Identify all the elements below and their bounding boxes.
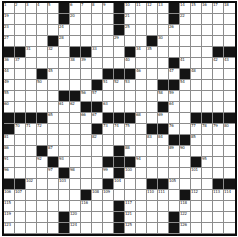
white-cell-r20c13[interactable] <box>136 212 147 223</box>
white-cell-r10c4[interactable] <box>37 102 48 113</box>
white-cell-r10c10[interactable]: 63 <box>103 102 114 113</box>
white-cell-r4c1[interactable]: 27 <box>4 36 15 47</box>
white-cell-r14c9[interactable] <box>92 146 103 157</box>
white-cell-r6c10[interactable] <box>103 58 114 69</box>
white-cell-r12c10[interactable]: 73 <box>103 124 114 135</box>
white-cell-r10c12[interactable] <box>125 102 136 113</box>
white-cell-r7c1[interactable]: 44 <box>4 69 15 80</box>
white-cell-r16c2[interactable] <box>15 168 26 179</box>
white-cell-r10c5[interactable] <box>48 102 59 113</box>
white-cell-r13c3[interactable] <box>26 135 37 146</box>
white-cell-r2c10[interactable] <box>103 14 114 25</box>
white-cell-r3c3[interactable] <box>26 25 37 36</box>
white-cell-r8c13[interactable] <box>136 80 147 91</box>
white-cell-r19c13[interactable] <box>136 201 147 212</box>
white-cell-r7c3[interactable] <box>26 69 37 80</box>
white-cell-r9c9[interactable]: 57 <box>92 91 103 102</box>
white-cell-r3c21[interactable] <box>224 25 235 36</box>
white-cell-r9c4[interactable] <box>37 91 48 102</box>
white-cell-r8c2[interactable] <box>15 80 26 91</box>
white-cell-r2c8[interactable] <box>81 14 92 25</box>
white-cell-r5c10[interactable] <box>103 47 114 58</box>
white-cell-r12c8[interactable] <box>81 124 92 135</box>
white-cell-r21c17[interactable]: 126 <box>180 223 191 234</box>
white-cell-r20c15[interactable] <box>158 212 169 223</box>
white-cell-r21c13[interactable] <box>136 223 147 234</box>
white-cell-r12c21[interactable]: 80 <box>224 124 235 135</box>
white-cell-r9c19[interactable] <box>202 91 213 102</box>
white-cell-r7c7[interactable] <box>70 69 81 80</box>
white-cell-r20c2[interactable] <box>15 212 26 223</box>
white-cell-r13c14[interactable]: 83 <box>147 135 158 146</box>
white-cell-r17c6[interactable]: 103 <box>59 179 70 190</box>
white-cell-r21c3[interactable] <box>26 223 37 234</box>
white-cell-r6c12[interactable]: 40 <box>125 58 136 69</box>
white-cell-r20c19[interactable] <box>202 212 213 223</box>
white-cell-r1c21[interactable]: 18 <box>224 3 235 14</box>
white-cell-r7c20[interactable] <box>213 69 224 80</box>
white-cell-r5c17[interactable] <box>180 47 191 58</box>
white-cell-r9c13[interactable] <box>136 91 147 102</box>
white-cell-r1c13[interactable]: 11 <box>136 3 147 14</box>
white-cell-r7c2[interactable] <box>15 69 26 80</box>
white-cell-r8c7[interactable] <box>70 80 81 91</box>
white-cell-r8c14[interactable] <box>147 80 158 91</box>
white-cell-r8c12[interactable]: 53 <box>125 80 136 91</box>
white-cell-r2c7[interactable]: 20 <box>70 14 81 25</box>
white-cell-r9c1[interactable]: 55 <box>4 91 15 102</box>
white-cell-r21c7[interactable]: 124 <box>70 223 81 234</box>
white-cell-r13c20[interactable] <box>213 135 224 146</box>
white-cell-r15c6[interactable]: 93 <box>59 157 70 168</box>
white-cell-r8c5[interactable] <box>48 80 59 91</box>
white-cell-r18c15[interactable]: 111 <box>158 190 169 201</box>
white-cell-r14c12[interactable]: 88 <box>125 146 136 157</box>
white-cell-r19c1[interactable]: 115 <box>4 201 15 212</box>
white-cell-r12c18[interactable]: 77 <box>191 124 202 135</box>
white-cell-r6c6[interactable] <box>59 58 70 69</box>
white-cell-r18c9[interactable]: 108 <box>92 190 103 201</box>
white-cell-r8c11[interactable]: 52 <box>114 80 125 91</box>
white-cell-r10c3[interactable] <box>26 102 37 113</box>
white-cell-r14c1[interactable]: 86 <box>4 146 15 157</box>
white-cell-r1c15[interactable]: 13 <box>158 3 169 14</box>
white-cell-r3c16[interactable]: 26 <box>169 25 180 36</box>
white-cell-r19c5[interactable] <box>48 201 59 212</box>
white-cell-r3c4[interactable] <box>37 25 48 36</box>
white-cell-r5c4[interactable] <box>37 47 48 58</box>
white-cell-r5c19[interactable] <box>202 47 213 58</box>
white-cell-r8c8[interactable] <box>81 80 92 91</box>
white-cell-r2c14[interactable] <box>147 14 158 25</box>
white-cell-r13c6[interactable] <box>59 135 70 146</box>
white-cell-r18c3[interactable] <box>26 190 37 201</box>
white-cell-r15c2[interactable] <box>15 157 26 168</box>
white-cell-r19c17[interactable]: 118 <box>180 201 191 212</box>
white-cell-r19c10[interactable] <box>103 201 114 212</box>
white-cell-r19c12[interactable]: 117 <box>125 201 136 212</box>
white-cell-r14c2[interactable] <box>15 146 26 157</box>
white-cell-r20c4[interactable] <box>37 212 48 223</box>
white-cell-r13c8[interactable] <box>81 135 92 146</box>
white-cell-r12c6[interactable] <box>59 124 70 135</box>
white-cell-r16c19[interactable] <box>202 168 213 179</box>
white-cell-r1c7[interactable]: 6 <box>70 3 81 14</box>
white-cell-r7c18[interactable]: 48 <box>191 69 202 80</box>
white-cell-r17c13[interactable] <box>136 179 147 190</box>
white-cell-r6c19[interactable] <box>202 58 213 69</box>
white-cell-r16c7[interactable]: 98 <box>70 168 81 179</box>
white-cell-r10c18[interactable] <box>191 102 202 113</box>
white-cell-r16c15[interactable] <box>158 168 169 179</box>
white-cell-r14c3[interactable] <box>26 146 37 157</box>
white-cell-r2c15[interactable] <box>158 14 169 25</box>
white-cell-r16c21[interactable] <box>224 168 235 179</box>
white-cell-r11c17[interactable] <box>180 113 191 124</box>
white-cell-r21c9[interactable] <box>92 223 103 234</box>
white-cell-r3c12[interactable]: 25 <box>125 25 136 36</box>
white-cell-r7c15[interactable] <box>158 69 169 80</box>
white-cell-r14c6[interactable] <box>59 146 70 157</box>
white-cell-r1c18[interactable]: 15 <box>191 3 202 14</box>
white-cell-r4c4[interactable] <box>37 36 48 47</box>
white-cell-r7c13[interactable]: 46 <box>136 69 147 80</box>
white-cell-r13c4[interactable] <box>37 135 48 146</box>
white-cell-r19c21[interactable] <box>224 201 235 212</box>
white-cell-r20c3[interactable] <box>26 212 37 223</box>
white-cell-r20c14[interactable] <box>147 212 158 223</box>
white-cell-r4c9[interactable] <box>92 36 103 47</box>
white-cell-r18c20[interactable]: 113 <box>213 190 224 201</box>
white-cell-r14c8[interactable] <box>81 146 92 157</box>
white-cell-r17c3[interactable]: 102 <box>26 179 37 190</box>
white-cell-r12c5[interactable] <box>48 124 59 135</box>
white-cell-r15c13[interactable]: 94 <box>136 157 147 168</box>
white-cell-r7c21[interactable] <box>224 69 235 80</box>
white-cell-r17c16[interactable]: 105 <box>169 179 180 190</box>
white-cell-r21c8[interactable] <box>81 223 92 234</box>
white-cell-r5c15[interactable] <box>158 47 169 58</box>
white-cell-r12c3[interactable]: 71 <box>26 124 37 135</box>
white-cell-r2c3[interactable] <box>26 14 37 25</box>
white-cell-r19c16[interactable] <box>169 201 180 212</box>
white-cell-r19c18[interactable] <box>191 201 202 212</box>
white-cell-r1c9[interactable]: 8 <box>92 3 103 14</box>
white-cell-r12c11[interactable]: 74 <box>114 124 125 135</box>
white-cell-r20c9[interactable] <box>92 212 103 223</box>
white-cell-r10c2[interactable] <box>15 102 26 113</box>
white-cell-r14c10[interactable] <box>103 146 114 157</box>
white-cell-r9c12[interactable] <box>125 91 136 102</box>
white-cell-r18c21[interactable]: 114 <box>224 190 235 201</box>
white-cell-r9c2[interactable] <box>15 91 26 102</box>
white-cell-r6c1[interactable]: 36 <box>4 58 15 69</box>
white-cell-r4c2[interactable] <box>15 36 26 47</box>
white-cell-r19c7[interactable] <box>70 201 81 212</box>
white-cell-r13c13[interactable] <box>136 135 147 146</box>
white-cell-r15c16[interactable] <box>169 157 180 168</box>
white-cell-r14c18[interactable] <box>191 146 202 157</box>
white-cell-r3c17[interactable] <box>180 25 191 36</box>
white-cell-r10c17[interactable] <box>180 102 191 113</box>
white-cell-r15c1[interactable]: 91 <box>4 157 15 168</box>
white-cell-r21c2[interactable] <box>15 223 26 234</box>
white-cell-r9c5[interactable] <box>48 91 59 102</box>
white-cell-r9c21[interactable] <box>224 91 235 102</box>
white-cell-r15c21[interactable] <box>224 157 235 168</box>
white-cell-r10c6[interactable]: 61 <box>59 102 70 113</box>
white-cell-r19c2[interactable] <box>15 201 26 212</box>
white-cell-r18c6[interactable] <box>59 190 70 201</box>
white-cell-r5c13[interactable]: 34 <box>136 47 147 58</box>
white-cell-r6c15[interactable] <box>158 58 169 69</box>
white-cell-r6c11[interactable] <box>114 58 125 69</box>
white-cell-r17c8[interactable] <box>81 179 92 190</box>
white-cell-r11c14[interactable] <box>147 113 158 124</box>
white-cell-r21c12[interactable]: 125 <box>125 223 136 234</box>
white-cell-r15c9[interactable] <box>92 157 103 168</box>
white-cell-r15c19[interactable]: 95 <box>202 157 213 168</box>
white-cell-r17c11[interactable]: 104 <box>114 179 125 190</box>
white-cell-r17c19[interactable] <box>202 179 213 190</box>
white-cell-r3c15[interactable] <box>158 25 169 36</box>
white-cell-r16c1[interactable]: 96 <box>4 168 15 179</box>
white-cell-r16c5[interactable]: 97 <box>48 168 59 179</box>
white-cell-r9c10[interactable] <box>103 91 114 102</box>
white-cell-r2c2[interactable] <box>15 14 26 25</box>
white-cell-r13c18[interactable]: 85 <box>191 135 202 146</box>
white-cell-r6c7[interactable]: 38 <box>70 58 81 69</box>
white-cell-r1c10[interactable]: 9 <box>103 3 114 14</box>
white-cell-r14c20[interactable] <box>213 146 224 157</box>
white-cell-r11c6[interactable] <box>59 113 70 124</box>
white-cell-r8c17[interactable]: 54 <box>180 80 191 91</box>
white-cell-r6c5[interactable] <box>48 58 59 69</box>
white-cell-r20c18[interactable] <box>191 212 202 223</box>
white-cell-r3c1[interactable]: 23 <box>4 25 15 36</box>
white-cell-r10c16[interactable]: 64 <box>169 102 180 113</box>
white-cell-r2c13[interactable] <box>136 14 147 25</box>
white-cell-r13c15[interactable]: 84 <box>158 135 169 146</box>
white-cell-r9c3[interactable] <box>26 91 37 102</box>
white-cell-r11c9[interactable]: 67 <box>92 113 103 124</box>
white-cell-r1c12[interactable]: 10 <box>125 3 136 14</box>
white-cell-r6c14[interactable] <box>147 58 158 69</box>
white-cell-r1c4[interactable]: 4 <box>37 3 48 14</box>
white-cell-r12c2[interactable]: 70 <box>15 124 26 135</box>
white-cell-r20c12[interactable]: 121 <box>125 212 136 223</box>
white-cell-r16c3[interactable] <box>26 168 37 179</box>
white-cell-r21c5[interactable] <box>48 223 59 234</box>
white-cell-r5c11[interactable] <box>114 47 125 58</box>
white-cell-r8c19[interactable] <box>202 80 213 91</box>
white-cell-r15c15[interactable] <box>158 157 169 168</box>
white-cell-r12c4[interactable]: 72 <box>37 124 48 135</box>
white-cell-r3c18[interactable] <box>191 25 202 36</box>
white-cell-r2c12[interactable]: 21 <box>125 14 136 25</box>
white-cell-r7c6[interactable] <box>59 69 70 80</box>
white-cell-r3c5[interactable] <box>48 25 59 36</box>
white-cell-r1c14[interactable]: 12 <box>147 3 158 14</box>
white-cell-r9c8[interactable]: 56 <box>81 91 92 102</box>
white-cell-r7c19[interactable] <box>202 69 213 80</box>
white-cell-r4c16[interactable] <box>169 36 180 47</box>
white-cell-r4c7[interactable] <box>70 36 81 47</box>
white-cell-r21c19[interactable] <box>202 223 213 234</box>
white-cell-r7c14[interactable] <box>147 69 158 80</box>
white-cell-r19c14[interactable] <box>147 201 158 212</box>
white-cell-r10c11[interactable] <box>114 102 125 113</box>
white-cell-r16c20[interactable] <box>213 168 224 179</box>
white-cell-r6c21[interactable]: 43 <box>224 58 235 69</box>
white-cell-r1c17[interactable]: 14 <box>180 3 191 14</box>
white-cell-r7c9[interactable] <box>92 69 103 80</box>
white-cell-r11c5[interactable]: 65 <box>48 113 59 124</box>
white-cell-r8c21[interactable] <box>224 80 235 91</box>
white-cell-r13c11[interactable] <box>114 135 125 146</box>
white-cell-r19c4[interactable] <box>37 201 48 212</box>
white-cell-r18c16[interactable] <box>169 190 180 201</box>
white-cell-r20c1[interactable]: 119 <box>4 212 15 223</box>
white-cell-r21c20[interactable] <box>213 223 224 234</box>
white-cell-r21c18[interactable] <box>191 223 202 234</box>
white-cell-r17c4[interactable] <box>37 179 48 190</box>
white-cell-r20c17[interactable]: 122 <box>180 212 191 223</box>
white-cell-r18c12[interactable] <box>125 190 136 201</box>
white-cell-r19c9[interactable] <box>92 201 103 212</box>
white-cell-r18c13[interactable] <box>136 190 147 201</box>
white-cell-r12c16[interactable]: 76 <box>169 124 180 135</box>
white-cell-r12c19[interactable]: 78 <box>202 124 213 135</box>
white-cell-r16c8[interactable] <box>81 168 92 179</box>
white-cell-r15c4[interactable]: 92 <box>37 157 48 168</box>
white-cell-r20c7[interactable]: 120 <box>70 212 81 223</box>
white-cell-r21c4[interactable] <box>37 223 48 234</box>
white-cell-r8c3[interactable] <box>26 80 37 91</box>
white-cell-r15c7[interactable] <box>70 157 81 168</box>
white-cell-r18c18[interactable]: 112 <box>191 190 202 201</box>
white-cell-r6c13[interactable] <box>136 58 147 69</box>
white-cell-r14c15[interactable] <box>158 146 169 157</box>
white-cell-r10c7[interactable]: 62 <box>70 102 81 113</box>
white-cell-r21c15[interactable] <box>158 223 169 234</box>
white-cell-r7c16[interactable]: 47 <box>169 69 180 80</box>
white-cell-r14c17[interactable]: 90 <box>180 146 191 157</box>
white-cell-r18c1[interactable]: 106 <box>4 190 15 201</box>
white-cell-r5c14[interactable]: 35 <box>147 47 158 58</box>
white-cell-r8c20[interactable] <box>213 80 224 91</box>
white-cell-r4c21[interactable] <box>224 36 235 47</box>
white-cell-r15c8[interactable] <box>81 157 92 168</box>
white-cell-r18c11[interactable] <box>114 190 125 201</box>
white-cell-r18c5[interactable] <box>48 190 59 201</box>
white-cell-r18c14[interactable]: 110 <box>147 190 158 201</box>
white-cell-r17c7[interactable] <box>70 179 81 190</box>
white-cell-r5c9[interactable]: 33 <box>92 47 103 58</box>
white-cell-r4c3[interactable] <box>26 36 37 47</box>
white-cell-r17c17[interactable] <box>180 179 191 190</box>
white-cell-r19c3[interactable] <box>26 201 37 212</box>
white-cell-r3c19[interactable] <box>202 25 213 36</box>
white-cell-r1c2[interactable]: 2 <box>15 3 26 14</box>
white-cell-r14c5[interactable]: 87 <box>48 146 59 157</box>
white-cell-r9c15[interactable]: 58 <box>158 91 169 102</box>
white-cell-r3c13[interactable] <box>136 25 147 36</box>
white-cell-r9c16[interactable]: 59 <box>169 91 180 102</box>
white-cell-r2c19[interactable] <box>202 14 213 25</box>
white-cell-r17c9[interactable] <box>92 179 103 190</box>
white-cell-r12c17[interactable] <box>180 124 191 135</box>
white-cell-r11c15[interactable]: 69 <box>158 113 169 124</box>
white-cell-r13c2[interactable] <box>15 135 26 146</box>
white-cell-r20c5[interactable] <box>48 212 59 223</box>
white-cell-r15c20[interactable] <box>213 157 224 168</box>
white-cell-r21c14[interactable] <box>147 223 158 234</box>
white-cell-r17c12[interactable] <box>125 179 136 190</box>
white-cell-r14c16[interactable]: 89 <box>169 146 180 157</box>
white-cell-r3c7[interactable] <box>70 25 81 36</box>
white-cell-r16c17[interactable] <box>180 168 191 179</box>
white-cell-r14c21[interactable] <box>224 146 235 157</box>
white-cell-r10c14[interactable] <box>147 102 158 113</box>
white-cell-r3c20[interactable] <box>213 25 224 36</box>
white-cell-r12c20[interactable]: 79 <box>213 124 224 135</box>
white-cell-r4c10[interactable] <box>103 36 114 47</box>
white-cell-r4c6[interactable]: 28 <box>59 36 70 47</box>
white-cell-r11c16[interactable] <box>169 113 180 124</box>
white-cell-r20c10[interactable] <box>103 212 114 223</box>
white-cell-r2c21[interactable] <box>224 14 235 25</box>
white-cell-r14c7[interactable] <box>70 146 81 157</box>
white-cell-r8c6[interactable] <box>59 80 70 91</box>
white-cell-r8c4[interactable]: 50 <box>37 80 48 91</box>
white-cell-r9c17[interactable] <box>180 91 191 102</box>
white-cell-r10c21[interactable] <box>224 102 235 113</box>
white-cell-r5c18[interactable] <box>191 47 202 58</box>
white-cell-r18c2[interactable]: 107 <box>15 190 26 201</box>
white-cell-r16c12[interactable]: 100 <box>125 168 136 179</box>
white-cell-r11c13[interactable]: 68 <box>136 113 147 124</box>
white-cell-r3c14[interactable] <box>147 25 158 36</box>
white-cell-r2c18[interactable] <box>191 14 202 25</box>
white-cell-r8c1[interactable]: 49 <box>4 80 15 91</box>
white-cell-r19c8[interactable]: 116 <box>81 201 92 212</box>
white-cell-r4c18[interactable] <box>191 36 202 47</box>
white-cell-r1c19[interactable]: 16 <box>202 3 213 14</box>
white-cell-r11c7[interactable] <box>70 113 81 124</box>
white-cell-r17c18[interactable] <box>191 179 202 190</box>
white-cell-r1c5[interactable]: 5 <box>48 3 59 14</box>
white-cell-r15c14[interactable] <box>147 157 158 168</box>
white-cell-r16c16[interactable] <box>169 168 180 179</box>
white-cell-r12c7[interactable] <box>70 124 81 135</box>
white-cell-r4c17[interactable] <box>180 36 191 47</box>
white-cell-r19c20[interactable] <box>213 201 224 212</box>
white-cell-r4c13[interactable] <box>136 36 147 47</box>
white-cell-r3c2[interactable] <box>15 25 26 36</box>
white-cell-r2c1[interactable]: 19 <box>4 14 15 25</box>
white-cell-r2c17[interactable]: 22 <box>180 14 191 25</box>
white-cell-r18c7[interactable] <box>70 190 81 201</box>
white-cell-r10c19[interactable] <box>202 102 213 113</box>
white-cell-r1c20[interactable]: 17 <box>213 3 224 14</box>
white-cell-r4c12[interactable] <box>125 36 136 47</box>
white-cell-r9c18[interactable] <box>191 91 202 102</box>
white-cell-r20c21[interactable] <box>224 212 235 223</box>
white-cell-r20c20[interactable] <box>213 212 224 223</box>
white-cell-r13c7[interactable] <box>70 135 81 146</box>
white-cell-r8c18[interactable] <box>191 80 202 91</box>
